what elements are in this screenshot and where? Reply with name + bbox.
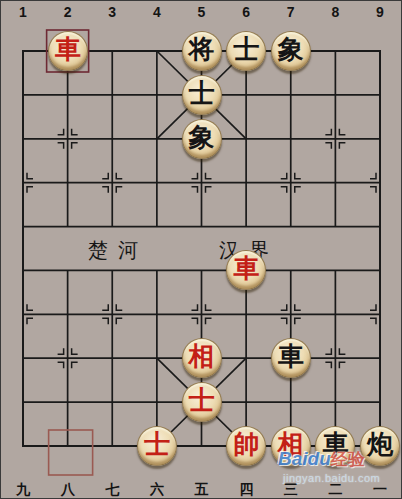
file-number-top-5: 5	[198, 4, 206, 20]
piece-red-advisor[interactable]: 士	[182, 382, 222, 422]
file-number-bottom-8: 二	[328, 481, 342, 499]
file-number-bottom-6: 四	[239, 481, 253, 499]
piece-black-elephant[interactable]: 象	[271, 31, 311, 71]
piece-black-elephant[interactable]: 象	[182, 119, 222, 159]
file-number-top-4: 4	[153, 4, 161, 20]
file-number-top-6: 6	[242, 4, 250, 20]
piece-glyph: 車	[322, 432, 348, 458]
piece-red-elephant[interactable]: 相	[182, 338, 222, 378]
piece-red-chariot[interactable]: 車	[48, 31, 88, 71]
file-number-top-2: 2	[64, 4, 72, 20]
piece-glyph: 象	[278, 37, 304, 63]
piece-glyph: 車	[233, 256, 259, 282]
piece-glyph: 車	[55, 37, 81, 63]
file-number-top-1: 1	[19, 4, 27, 20]
piece-glyph: 将	[189, 37, 215, 63]
piece-glyph: 士	[189, 388, 215, 414]
piece-glyph: 士	[189, 81, 215, 107]
piece-black-cannon[interactable]: 炮	[360, 426, 400, 466]
piece-glyph: 相	[278, 432, 304, 458]
piece-black-general[interactable]: 将	[182, 31, 222, 71]
piece-black-advisor[interactable]: 士	[182, 75, 222, 115]
file-number-bottom-5: 五	[195, 481, 209, 499]
file-number-bottom-3: 七	[105, 481, 119, 499]
piece-red-chariot[interactable]: 車	[226, 250, 266, 290]
piece-glyph: 象	[189, 125, 215, 151]
file-number-top-3: 3	[108, 4, 116, 20]
piece-glyph: 相	[189, 344, 215, 370]
piece-black-chariot[interactable]: 車	[271, 338, 311, 378]
piece-black-chariot[interactable]: 車	[315, 426, 355, 466]
piece-glyph: 士	[233, 37, 259, 63]
file-number-top-9: 9	[376, 4, 384, 20]
xiangqi-board-screenshot: 123456789 九八七六五四三二一 楚河 汉界 車車相士士帥相将士象士象車車…	[0, 0, 402, 499]
file-number-bottom-4: 六	[150, 481, 164, 499]
piece-glyph: 炮	[367, 432, 393, 458]
piece-glyph: 帥	[233, 432, 259, 458]
piece-black-advisor[interactable]: 士	[226, 31, 266, 71]
file-number-bottom-9: 一	[373, 481, 387, 499]
file-number-bottom-2: 八	[61, 481, 75, 499]
piece-glyph: 車	[278, 344, 304, 370]
file-number-bottom-1: 九	[16, 481, 30, 499]
piece-red-elephant[interactable]: 相	[271, 426, 311, 466]
piece-glyph: 士	[144, 432, 170, 458]
board-pieces-layer[interactable]: 車車相士士帥相将士象士象車車炮	[1, 29, 402, 468]
file-number-bottom-7: 三	[284, 481, 298, 499]
piece-red-general[interactable]: 帥	[226, 426, 266, 466]
piece-red-advisor[interactable]: 士	[137, 426, 177, 466]
file-number-top-7: 7	[287, 4, 295, 20]
file-number-top-8: 8	[331, 4, 339, 20]
